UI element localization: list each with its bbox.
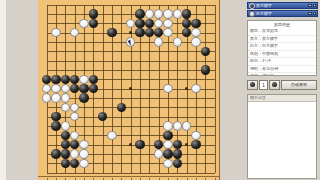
white-stone [163, 140, 172, 149]
black-stone [79, 84, 88, 93]
left-gutter [0, 0, 6, 180]
black-stone [98, 112, 107, 121]
white-stone [191, 131, 200, 140]
coordinate-tick [121, 178, 122, 180]
coordinate-tick [177, 178, 178, 180]
black-stone [70, 84, 79, 93]
black-stone [89, 9, 98, 18]
white-stone [51, 93, 60, 102]
white-stone [126, 19, 135, 28]
right-panel: 黑方棋手 白方棋手 对局信息 棋局：友谊对局 黑方：黑方棋手 白方：白方棋手 规… [247, 0, 318, 180]
black-stone [61, 140, 70, 149]
coordinate-tick [168, 178, 169, 180]
star-point [185, 87, 188, 90]
grid-line [215, 5, 216, 173]
player-bar-white[interactable]: 白方棋手 [247, 10, 318, 17]
black-stone-icon [250, 82, 256, 88]
black-stone [163, 149, 172, 158]
black-stone [51, 121, 60, 130]
coordinate-tick [159, 178, 160, 180]
white-stone [163, 19, 172, 28]
go-board[interactable] [38, 0, 220, 180]
move-number-input[interactable]: 1 [259, 80, 268, 90]
game-info-row: 棋局：友谊对局 [248, 28, 316, 36]
white-stone [70, 131, 79, 140]
white-stone [79, 140, 88, 149]
black-stone [201, 65, 210, 74]
black-stone [51, 149, 60, 158]
last-move-cursor-icon [128, 39, 133, 45]
black-stone [61, 159, 70, 168]
game-info-title: 对局信息 [248, 21, 316, 28]
white-stone [51, 28, 60, 37]
black-stone [191, 140, 200, 149]
black-stone [145, 28, 154, 37]
coordinate-tick [149, 178, 150, 180]
black-stone [135, 140, 144, 149]
black-stone [154, 140, 163, 149]
black-stone [145, 19, 154, 28]
white-stone [79, 159, 88, 168]
black-stone [135, 28, 144, 37]
white-stone [163, 28, 172, 37]
black-stone [51, 75, 60, 84]
go-client-window: 黑方棋手 白方棋手 对局信息 棋局：友谊对局 黑方：黑方棋手 白方：白方棋手 规… [0, 0, 320, 180]
white-stone [163, 121, 172, 130]
white-stone [61, 93, 70, 102]
black-stone [173, 149, 182, 158]
white-stone [173, 9, 182, 18]
player-bar-black[interactable]: 黑方棋手 [247, 2, 318, 9]
white-stone [173, 37, 182, 46]
black-stone [173, 159, 182, 168]
coordinate-tick [112, 178, 113, 180]
white-stone [79, 149, 88, 158]
white-stone [163, 9, 172, 18]
white-stone-last-move [126, 37, 135, 46]
black-stone [79, 93, 88, 102]
white-stone [154, 37, 163, 46]
coordinate-tick [65, 178, 66, 180]
white-stone [79, 19, 88, 28]
black-stone [117, 103, 126, 112]
white-stone [70, 103, 79, 112]
coordinate-tick [140, 178, 141, 180]
prev-move-button[interactable] [247, 80, 258, 90]
game-info-row: 黑方：黑方棋手 [248, 36, 316, 44]
white-stone [191, 84, 200, 93]
white-stone [173, 121, 182, 130]
black-stone [182, 28, 191, 37]
white-stone [163, 159, 172, 168]
white-stone-icon [249, 11, 255, 17]
white-stone [42, 93, 51, 102]
avatar-icon [313, 12, 317, 16]
autoplay-button[interactable]: 自动播放 [281, 80, 317, 90]
black-stone [107, 28, 116, 37]
black-stone [89, 84, 98, 93]
white-stone [61, 84, 70, 93]
coordinate-tick [93, 178, 94, 180]
coordinate-tick [196, 178, 197, 180]
chat-header: 聊天记录 [248, 95, 316, 102]
player-name-black: 黑方棋手 [256, 2, 308, 9]
black-stone [89, 75, 98, 84]
game-info-panel: 对局信息 棋局：友谊对局 黑方：黑方棋手 白方：白方棋手 规则：中国规则 贴目：… [247, 20, 317, 76]
game-info-row: 规则：中国规则 [248, 51, 316, 59]
white-stone [61, 103, 70, 112]
black-stone-icon [272, 82, 278, 88]
rank-badge-icon [308, 12, 312, 16]
coordinate-tick [131, 178, 132, 180]
game-info-row: 贴目：3¾子 [248, 58, 316, 66]
board-bottom-edge [38, 176, 220, 177]
white-stone [70, 28, 79, 37]
game-info-row: 白方：白方棋手 [248, 43, 316, 51]
white-stone [154, 19, 163, 28]
rank-badge-icon [308, 4, 312, 8]
black-stone [70, 140, 79, 149]
white-stone [191, 28, 200, 37]
black-stone [182, 19, 191, 28]
white-stone [70, 149, 79, 158]
player-name-white: 白方棋手 [256, 10, 308, 17]
black-stone-icon [249, 3, 255, 9]
grid-line [47, 98, 215, 99]
white-stone [51, 84, 60, 93]
game-info-row: 结果：进行中 [248, 73, 316, 76]
black-stone [135, 19, 144, 28]
white-stone [145, 9, 154, 18]
black-stone [89, 19, 98, 28]
white-stone [107, 131, 116, 140]
grid-line [47, 173, 215, 174]
black-stone [70, 159, 79, 168]
white-stone [42, 84, 51, 93]
white-stone [191, 37, 200, 46]
next-move-button[interactable] [269, 80, 280, 90]
coordinate-tick [103, 178, 104, 180]
white-stone [154, 149, 163, 158]
coordinate-tick [215, 178, 216, 180]
black-stone [51, 112, 60, 121]
white-stone [182, 121, 191, 130]
coordinate-tick [84, 178, 85, 180]
black-stone [42, 75, 51, 84]
black-stone [61, 131, 70, 140]
star-point [129, 31, 132, 34]
black-stone [201, 47, 210, 56]
white-stone [163, 84, 172, 93]
black-stone [154, 28, 163, 37]
white-stone [154, 9, 163, 18]
game-info-row: 用时：各10分钟 [248, 66, 316, 74]
star-point [185, 143, 188, 146]
black-stone [70, 75, 79, 84]
black-stone [61, 75, 70, 84]
coordinate-tick [56, 178, 57, 180]
black-stone [163, 131, 172, 140]
replay-controls: 1 自动播放 [247, 78, 317, 91]
star-point [129, 87, 132, 90]
coordinate-tick [187, 178, 188, 180]
star-point [129, 143, 132, 146]
coordinate-tick [205, 178, 206, 180]
black-stone [61, 149, 70, 158]
white-stone [61, 121, 70, 130]
white-stone [70, 112, 79, 121]
black-stone [191, 19, 200, 28]
chat-panel[interactable]: 聊天记录 [247, 94, 317, 179]
avatar-icon [313, 4, 317, 8]
coordinate-tick [75, 178, 76, 180]
grid-line [205, 5, 206, 173]
black-stone [173, 140, 182, 149]
black-stone [135, 9, 144, 18]
coordinate-tick [47, 178, 48, 180]
white-stone [79, 75, 88, 84]
black-stone [182, 9, 191, 18]
